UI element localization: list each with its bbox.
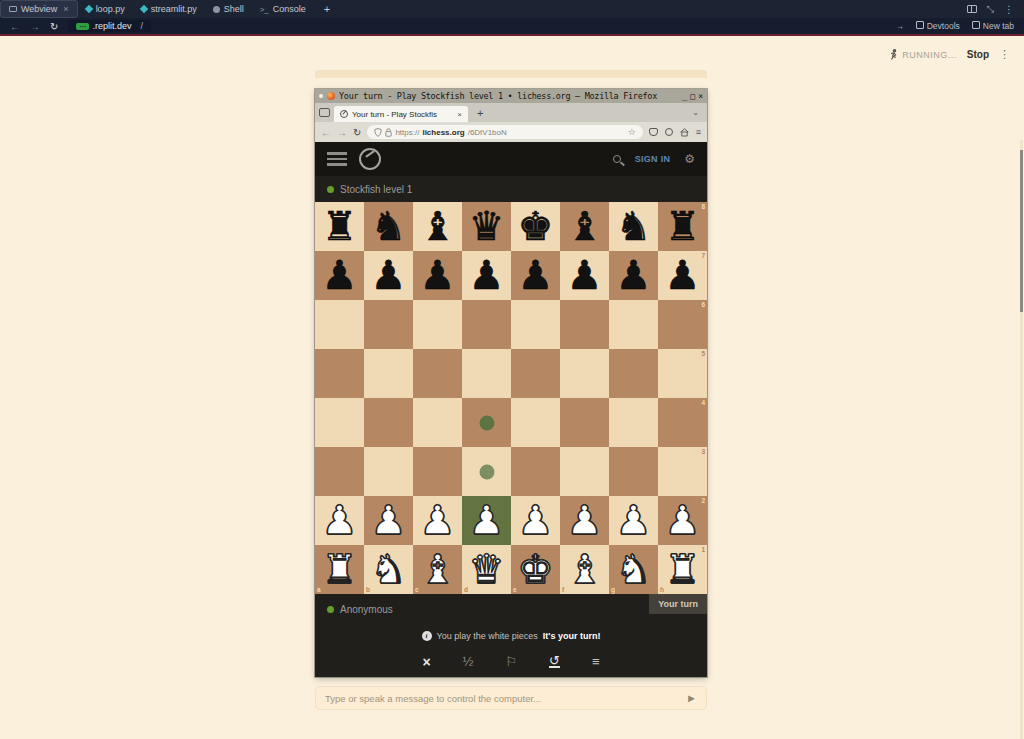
square-b1[interactable]: ♞b bbox=[364, 545, 413, 594]
square-g6[interactable] bbox=[609, 300, 658, 349]
online-dot bbox=[327, 606, 334, 613]
url-chip[interactable]: ··· .replit.dev / bbox=[68, 20, 151, 32]
square-g1[interactable]: ♞g bbox=[609, 545, 658, 594]
coordinate-e: e bbox=[513, 586, 517, 593]
square-e4[interactable] bbox=[511, 398, 560, 447]
square-d5[interactable] bbox=[462, 349, 511, 398]
lichess-logo[interactable] bbox=[359, 148, 381, 170]
url-path: / bbox=[140, 21, 143, 31]
coordinate-5: 5 bbox=[701, 350, 705, 357]
square-a5[interactable] bbox=[315, 349, 364, 398]
shield-icon bbox=[374, 128, 382, 137]
piece-black-pawn: ♟ bbox=[560, 251, 609, 300]
tab-console[interactable]: >_ Console bbox=[252, 0, 314, 18]
square-e8[interactable]: ♚ bbox=[511, 202, 560, 251]
square-b3[interactable] bbox=[364, 447, 413, 496]
abort-button[interactable]: × bbox=[422, 654, 430, 670]
monitor-icon bbox=[9, 6, 17, 12]
tab-loop-py-label: loop.py bbox=[96, 4, 125, 14]
url-host: lichess.org bbox=[422, 128, 464, 137]
coordinate-a: a bbox=[317, 586, 321, 593]
lock-icon bbox=[385, 128, 392, 137]
chat-bar: ► bbox=[315, 686, 707, 710]
piece-black-bishop: ♝ bbox=[560, 202, 609, 251]
square-c3[interactable] bbox=[413, 447, 462, 496]
square-b4[interactable] bbox=[364, 398, 413, 447]
firefox-tab-bar: Your turn - Play Stockfis × + ⌄ bbox=[315, 103, 707, 122]
ide-tab-bar: Webview × loop.py streamlit.py Shell >_ … bbox=[0, 0, 1024, 18]
tab-console-label: Console bbox=[273, 4, 306, 14]
game-message: i You play the white pieces It's your tu… bbox=[315, 625, 707, 646]
kebab-menu-icon[interactable]: ⋮ bbox=[999, 48, 1010, 61]
piece-black-pawn: ♟ bbox=[462, 251, 511, 300]
square-b5[interactable] bbox=[364, 349, 413, 398]
url-host: .replit.dev bbox=[92, 21, 131, 31]
square-c6[interactable] bbox=[413, 300, 462, 349]
piece-white-bishop: ♝ bbox=[413, 545, 462, 594]
square-e2[interactable]: ♟ bbox=[511, 496, 560, 545]
devtools-button[interactable]: Devtools bbox=[916, 21, 960, 31]
console-icon: >_ bbox=[260, 5, 269, 14]
square-g5[interactable] bbox=[609, 349, 658, 398]
coordinate-3: 3 bbox=[701, 448, 705, 455]
square-c8[interactable]: ♝ bbox=[413, 202, 462, 251]
new-tab-button[interactable]: + bbox=[314, 3, 340, 15]
coordinate-7: 7 bbox=[701, 252, 705, 259]
piece-white-pawn: ♟ bbox=[315, 496, 364, 545]
run-status: RUNNING... bbox=[889, 49, 957, 60]
python-file-icon bbox=[84, 5, 92, 13]
chat-input[interactable] bbox=[325, 693, 686, 704]
square-c7[interactable]: ♟ bbox=[413, 251, 462, 300]
hamburger-menu-icon[interactable] bbox=[327, 152, 347, 166]
square-a4[interactable] bbox=[315, 398, 364, 447]
expand-icon[interactable]: ⤡ bbox=[987, 4, 994, 15]
piece-white-pawn: ♟ bbox=[364, 496, 413, 545]
game-controls: × ½ ⚐ ↺ ≡ bbox=[315, 646, 707, 677]
square-d2[interactable]: ♟ bbox=[462, 496, 511, 545]
square-e5[interactable] bbox=[511, 349, 560, 398]
square-h2[interactable]: ♟2 bbox=[658, 496, 707, 545]
stop-button[interactable]: Stop bbox=[967, 49, 989, 60]
piece-black-bishop: ♝ bbox=[413, 202, 462, 251]
piece-black-pawn: ♟ bbox=[511, 251, 560, 300]
square-a6[interactable] bbox=[315, 300, 364, 349]
square-c2[interactable]: ♟ bbox=[413, 496, 462, 545]
firefox-nav-bar: ← → ↻ https://lichess.org/6DtV1boN ☆ ≡ bbox=[315, 122, 707, 142]
popout-icon[interactable]: → bbox=[895, 21, 904, 31]
coordinate-1: 1 bbox=[701, 546, 705, 553]
forward-button[interactable]: → bbox=[30, 21, 40, 32]
tab-streamlit-py-label: streamlit.py bbox=[151, 4, 197, 14]
square-h4[interactable]: 4 bbox=[658, 398, 707, 447]
coordinate-2: 2 bbox=[701, 497, 705, 504]
coordinate-h: h bbox=[660, 586, 664, 593]
minimize-button[interactable]: _ bbox=[683, 92, 688, 101]
coordinate-6: 6 bbox=[701, 301, 705, 308]
tab-streamlit-py[interactable]: streamlit.py bbox=[133, 0, 205, 18]
piece-white-pawn: ♟ bbox=[511, 496, 560, 545]
search-icon[interactable] bbox=[613, 155, 621, 163]
square-b6[interactable] bbox=[364, 300, 413, 349]
url-path: /6DtV1boN bbox=[468, 128, 507, 137]
new-tab-button-webview[interactable]: New tab bbox=[972, 21, 1014, 31]
piece-black-knight: ♞ bbox=[609, 202, 658, 251]
square-g7[interactable]: ♟ bbox=[609, 251, 658, 300]
square-f2[interactable]: ♟ bbox=[560, 496, 609, 545]
move-dest-dot-d4 bbox=[479, 415, 494, 430]
square-b2[interactable]: ♟ bbox=[364, 496, 413, 545]
square-f5[interactable] bbox=[560, 349, 609, 398]
titlebar-dot-icon bbox=[319, 94, 323, 98]
game-menu-button[interactable]: ≡ bbox=[592, 654, 600, 669]
square-b7[interactable]: ♟ bbox=[364, 251, 413, 300]
browser-forward-button[interactable]: → bbox=[337, 127, 347, 138]
square-g8[interactable]: ♞ bbox=[609, 202, 658, 251]
screen-top-strip bbox=[315, 70, 707, 78]
piece-white-knight: ♞ bbox=[609, 545, 658, 594]
account-icon[interactable] bbox=[665, 128, 673, 136]
url-protocol: https:// bbox=[395, 128, 419, 137]
square-g3[interactable] bbox=[609, 447, 658, 496]
browser-reload-button[interactable]: ↻ bbox=[353, 127, 361, 138]
square-h1[interactable]: ♜1h bbox=[658, 545, 707, 594]
webview-nav-bar: ← → ↻ ··· .replit.dev / → Devtools New t… bbox=[0, 18, 1024, 36]
tab-close-icon[interactable]: × bbox=[457, 110, 462, 119]
square-e6[interactable] bbox=[511, 300, 560, 349]
maximize-button[interactable]: □ bbox=[690, 92, 695, 101]
coordinate-8: 8 bbox=[701, 203, 705, 210]
piece-white-pawn: ♟ bbox=[658, 496, 707, 545]
piece-black-knight: ♞ bbox=[364, 202, 413, 251]
square-d1[interactable]: ♛d bbox=[462, 545, 511, 594]
square-a1[interactable]: ♜a bbox=[315, 545, 364, 594]
square-a2[interactable]: ♟ bbox=[315, 496, 364, 545]
run-controls: RUNNING... Stop ⋮ bbox=[889, 48, 1010, 61]
tab-shell[interactable]: Shell bbox=[205, 0, 252, 18]
square-f4[interactable] bbox=[560, 398, 609, 447]
sidebars-icon[interactable] bbox=[680, 128, 689, 137]
chess-board: ♜♞♝♛♚♝♞♜8♟♟♟♟♟♟♟♟76543♟♟♟♟♟♟♟♟2♜a♞b♝c♛d♚… bbox=[315, 202, 707, 594]
square-e7[interactable]: ♟ bbox=[511, 251, 560, 300]
piece-black-pawn: ♟ bbox=[658, 251, 707, 300]
browser-menu-icon[interactable]: ≡ bbox=[696, 127, 701, 137]
list-all-tabs-icon[interactable]: ⌄ bbox=[692, 108, 703, 117]
lichess-header: SIGN IN ⚙ bbox=[315, 142, 707, 176]
piece-white-pawn: ♟ bbox=[462, 496, 511, 545]
square-h5[interactable]: 5 bbox=[658, 349, 707, 398]
piece-white-queen: ♛ bbox=[462, 545, 511, 594]
coordinate-g: g bbox=[611, 586, 615, 593]
pocket-icon[interactable] bbox=[649, 128, 658, 136]
piece-black-king: ♚ bbox=[511, 202, 560, 251]
piece-white-king: ♚ bbox=[511, 545, 560, 594]
piece-black-rook: ♜ bbox=[315, 202, 364, 251]
browser-new-tab-button[interactable]: + bbox=[472, 107, 488, 119]
square-h3[interactable]: 3 bbox=[658, 447, 707, 496]
coordinate-4: 4 bbox=[701, 399, 705, 406]
piece-white-pawn: ♟ bbox=[413, 496, 462, 545]
opponent-bar: Stockfish level 1 bbox=[315, 176, 707, 202]
analysis-button[interactable]: ↺ bbox=[549, 655, 560, 668]
square-g2[interactable]: ♟ bbox=[609, 496, 658, 545]
firefox-icon bbox=[327, 92, 335, 100]
python-file-icon bbox=[139, 5, 147, 13]
lichess-favicon bbox=[340, 110, 348, 118]
piece-white-rook: ♜ bbox=[658, 545, 707, 594]
piece-black-pawn: ♟ bbox=[315, 251, 364, 300]
square-c4[interactable] bbox=[413, 398, 462, 447]
square-a7[interactable]: ♟ bbox=[315, 251, 364, 300]
piece-black-rook: ♜ bbox=[658, 202, 707, 251]
reload-button[interactable]: ↻ bbox=[50, 21, 58, 32]
sign-in-link[interactable]: SIGN IN bbox=[635, 154, 671, 164]
layout-panes-icon[interactable] bbox=[967, 5, 977, 13]
square-h8[interactable]: ♜8 bbox=[658, 202, 707, 251]
square-d4[interactable] bbox=[462, 398, 511, 447]
scrollbar-thumb[interactable] bbox=[1020, 150, 1023, 312]
online-dot bbox=[327, 186, 334, 193]
square-a3[interactable] bbox=[315, 447, 364, 496]
address-bar[interactable]: https://lichess.org/6DtV1boN ☆ bbox=[367, 125, 642, 139]
square-h7[interactable]: ♟7 bbox=[658, 251, 707, 300]
bookmark-star-icon[interactable]: ☆ bbox=[628, 127, 636, 137]
player-bar: Anonymous Your turn bbox=[315, 594, 707, 625]
offer-draw-button[interactable]: ½ bbox=[463, 654, 474, 669]
square-a8[interactable]: ♜ bbox=[315, 202, 364, 251]
piece-white-pawn: ♟ bbox=[609, 496, 658, 545]
piece-black-pawn: ♟ bbox=[364, 251, 413, 300]
square-c5[interactable] bbox=[413, 349, 462, 398]
square-e1[interactable]: ♚e bbox=[511, 545, 560, 594]
gear-icon[interactable]: ⚙ bbox=[684, 152, 695, 166]
resign-flag-button[interactable]: ⚐ bbox=[505, 654, 517, 669]
lichess-page: SIGN IN ⚙ Stockfish level 1 ♜♞♝♛♚♝♞♜8♟♟♟… bbox=[315, 142, 707, 677]
window-title: Your turn - Play Stockfish level 1 • lic… bbox=[339, 91, 679, 101]
square-h6[interactable]: 6 bbox=[658, 300, 707, 349]
browser-tab[interactable]: Your turn - Play Stockfis × bbox=[334, 106, 468, 122]
tab-webview[interactable]: Webview × bbox=[0, 0, 78, 18]
close-button[interactable]: × bbox=[698, 92, 703, 101]
square-d8[interactable]: ♛ bbox=[462, 202, 511, 251]
square-d6[interactable] bbox=[462, 300, 511, 349]
message-text: You play the white pieces bbox=[437, 631, 538, 641]
square-e3[interactable] bbox=[511, 447, 560, 496]
piece-white-knight: ♞ bbox=[364, 545, 413, 594]
player-name: Anonymous bbox=[340, 604, 393, 615]
piece-black-pawn: ♟ bbox=[609, 251, 658, 300]
piece-black-queen: ♛ bbox=[462, 202, 511, 251]
coordinate-d: d bbox=[464, 586, 468, 593]
devtools-icon bbox=[916, 21, 924, 29]
coordinate-b: b bbox=[366, 586, 370, 593]
browser-back-button[interactable]: ← bbox=[321, 127, 331, 138]
kebab-menu-icon[interactable]: ⋮ bbox=[1004, 4, 1014, 15]
square-b8[interactable]: ♞ bbox=[364, 202, 413, 251]
square-f3[interactable] bbox=[560, 447, 609, 496]
send-icon[interactable]: ► bbox=[686, 692, 697, 704]
firefox-titlebar[interactable]: Your turn - Play Stockfish level 1 • lic… bbox=[315, 89, 707, 103]
square-f1[interactable]: ♝f bbox=[560, 545, 609, 594]
piece-white-pawn: ♟ bbox=[560, 496, 609, 545]
tab-shell-label: Shell bbox=[224, 4, 244, 14]
square-c1[interactable]: ♝c bbox=[413, 545, 462, 594]
firefox-window: Your turn - Play Stockfish level 1 • lic… bbox=[315, 89, 707, 677]
tab-webview-label: Webview bbox=[21, 4, 57, 14]
piece-white-bishop: ♝ bbox=[560, 545, 609, 594]
back-button[interactable]: ← bbox=[10, 21, 20, 32]
square-f8[interactable]: ♝ bbox=[560, 202, 609, 251]
browser-tab-title: Your turn - Play Stockfis bbox=[352, 110, 453, 119]
info-icon: i bbox=[422, 631, 432, 641]
piece-white-rook: ♜ bbox=[315, 545, 364, 594]
square-g4[interactable] bbox=[609, 398, 658, 447]
opponent-name: Stockfish level 1 bbox=[340, 184, 412, 195]
square-f6[interactable] bbox=[560, 300, 609, 349]
piece-black-pawn: ♟ bbox=[413, 251, 462, 300]
replit-logo-badge: ··· bbox=[76, 23, 89, 30]
message-strong: It's your turn! bbox=[543, 631, 601, 641]
shell-icon bbox=[213, 6, 220, 13]
runner-icon bbox=[889, 49, 898, 60]
turn-badge: Your turn bbox=[649, 594, 707, 614]
move-dest-dot-d3 bbox=[479, 464, 494, 479]
square-d3[interactable] bbox=[462, 447, 511, 496]
coordinate-f: f bbox=[562, 586, 564, 593]
square-f7[interactable]: ♟ bbox=[560, 251, 609, 300]
firefox-view-icon[interactable] bbox=[319, 108, 330, 117]
square-d7[interactable]: ♟ bbox=[462, 251, 511, 300]
close-icon[interactable]: × bbox=[63, 4, 68, 14]
tab-loop-py[interactable]: loop.py bbox=[78, 0, 133, 18]
coordinate-c: c bbox=[415, 586, 419, 593]
new-tab-icon bbox=[972, 21, 980, 29]
